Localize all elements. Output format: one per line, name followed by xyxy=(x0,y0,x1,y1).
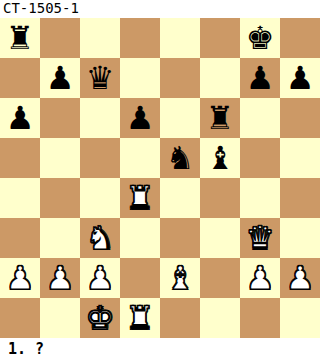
piece-white-rook[interactable]: ♜ xyxy=(126,298,155,338)
square-g8[interactable]: ♚ xyxy=(240,18,280,58)
square-e7[interactable] xyxy=(160,58,200,98)
square-c1[interactable]: ♚ xyxy=(80,298,120,338)
square-h6[interactable] xyxy=(280,98,320,138)
piece-black-pawn[interactable]: ♟ xyxy=(6,98,35,138)
square-h8[interactable] xyxy=(280,18,320,58)
piece-white-knight[interactable]: ♞ xyxy=(86,218,115,258)
piece-white-pawn[interactable]: ♟ xyxy=(86,258,115,298)
square-c2[interactable]: ♟ xyxy=(80,258,120,298)
piece-black-rook[interactable]: ♜ xyxy=(206,98,235,138)
square-a2[interactable]: ♟ xyxy=(0,258,40,298)
square-a1[interactable] xyxy=(0,298,40,338)
square-f8[interactable] xyxy=(200,18,240,58)
piece-black-pawn[interactable]: ♟ xyxy=(126,98,155,138)
piece-black-rook[interactable]: ♜ xyxy=(6,18,35,58)
square-h4[interactable] xyxy=(280,178,320,218)
square-c4[interactable] xyxy=(80,178,120,218)
piece-white-queen[interactable]: ♛ xyxy=(246,218,275,258)
piece-black-king[interactable]: ♚ xyxy=(246,18,275,58)
square-d8[interactable] xyxy=(120,18,160,58)
square-e1[interactable] xyxy=(160,298,200,338)
square-c8[interactable] xyxy=(80,18,120,58)
square-h2[interactable]: ♟ xyxy=(280,258,320,298)
piece-white-pawn[interactable]: ♟ xyxy=(246,258,275,298)
square-g6[interactable] xyxy=(240,98,280,138)
square-g7[interactable]: ♟ xyxy=(240,58,280,98)
piece-black-pawn[interactable]: ♟ xyxy=(286,58,315,98)
square-f1[interactable] xyxy=(200,298,240,338)
square-g3[interactable]: ♛ xyxy=(240,218,280,258)
square-a7[interactable] xyxy=(0,58,40,98)
square-b2[interactable]: ♟ xyxy=(40,258,80,298)
square-e4[interactable] xyxy=(160,178,200,218)
square-h3[interactable] xyxy=(280,218,320,258)
square-d2[interactable] xyxy=(120,258,160,298)
square-d3[interactable] xyxy=(120,218,160,258)
piece-white-pawn[interactable]: ♟ xyxy=(6,258,35,298)
piece-white-king[interactable]: ♚ xyxy=(86,298,115,338)
chess-diagram-window: CT-1505-1 ♜♚♟♛♟♟♟♟♜♞♝♜♞♛♟♟♟♝♟♟♚♜ 1. ? xyxy=(0,0,320,360)
piece-black-queen[interactable]: ♛ xyxy=(86,58,115,98)
square-h1[interactable] xyxy=(280,298,320,338)
piece-black-pawn[interactable]: ♟ xyxy=(46,58,75,98)
square-b7[interactable]: ♟ xyxy=(40,58,80,98)
piece-white-pawn[interactable]: ♟ xyxy=(286,258,315,298)
piece-white-bishop[interactable]: ♝ xyxy=(166,258,195,298)
chess-board: ♜♚♟♛♟♟♟♟♜♞♝♜♞♛♟♟♟♝♟♟♚♜ xyxy=(0,18,320,338)
square-g1[interactable] xyxy=(240,298,280,338)
square-f7[interactable] xyxy=(200,58,240,98)
square-b5[interactable] xyxy=(40,138,80,178)
square-h7[interactable]: ♟ xyxy=(280,58,320,98)
square-a5[interactable] xyxy=(0,138,40,178)
square-h5[interactable] xyxy=(280,138,320,178)
square-f5[interactable]: ♝ xyxy=(200,138,240,178)
piece-black-pawn[interactable]: ♟ xyxy=(246,58,275,98)
square-d1[interactable]: ♜ xyxy=(120,298,160,338)
square-c7[interactable]: ♛ xyxy=(80,58,120,98)
square-e5[interactable]: ♞ xyxy=(160,138,200,178)
square-b3[interactable] xyxy=(40,218,80,258)
square-d5[interactable] xyxy=(120,138,160,178)
square-c6[interactable] xyxy=(80,98,120,138)
piece-black-knight[interactable]: ♞ xyxy=(166,138,195,178)
square-e3[interactable] xyxy=(160,218,200,258)
piece-white-rook[interactable]: ♜ xyxy=(126,178,155,218)
square-a6[interactable]: ♟ xyxy=(0,98,40,138)
square-b1[interactable] xyxy=(40,298,80,338)
piece-black-bishop[interactable]: ♝ xyxy=(206,138,235,178)
square-g2[interactable]: ♟ xyxy=(240,258,280,298)
move-prompt: 1. ? xyxy=(0,338,320,360)
square-f3[interactable] xyxy=(200,218,240,258)
square-f4[interactable] xyxy=(200,178,240,218)
square-a3[interactable] xyxy=(0,218,40,258)
square-d4[interactable]: ♜ xyxy=(120,178,160,218)
square-e2[interactable]: ♝ xyxy=(160,258,200,298)
square-g4[interactable] xyxy=(240,178,280,218)
square-c5[interactable] xyxy=(80,138,120,178)
puzzle-title: CT-1505-1 xyxy=(0,0,320,18)
square-f6[interactable]: ♜ xyxy=(200,98,240,138)
square-b6[interactable] xyxy=(40,98,80,138)
piece-white-pawn[interactable]: ♟ xyxy=(46,258,75,298)
square-d7[interactable] xyxy=(120,58,160,98)
square-b8[interactable] xyxy=(40,18,80,58)
square-a8[interactable]: ♜ xyxy=(0,18,40,58)
square-c3[interactable]: ♞ xyxy=(80,218,120,258)
square-e6[interactable] xyxy=(160,98,200,138)
square-e8[interactable] xyxy=(160,18,200,58)
square-a4[interactable] xyxy=(0,178,40,218)
square-g5[interactable] xyxy=(240,138,280,178)
square-b4[interactable] xyxy=(40,178,80,218)
square-d6[interactable]: ♟ xyxy=(120,98,160,138)
square-f2[interactable] xyxy=(200,258,240,298)
